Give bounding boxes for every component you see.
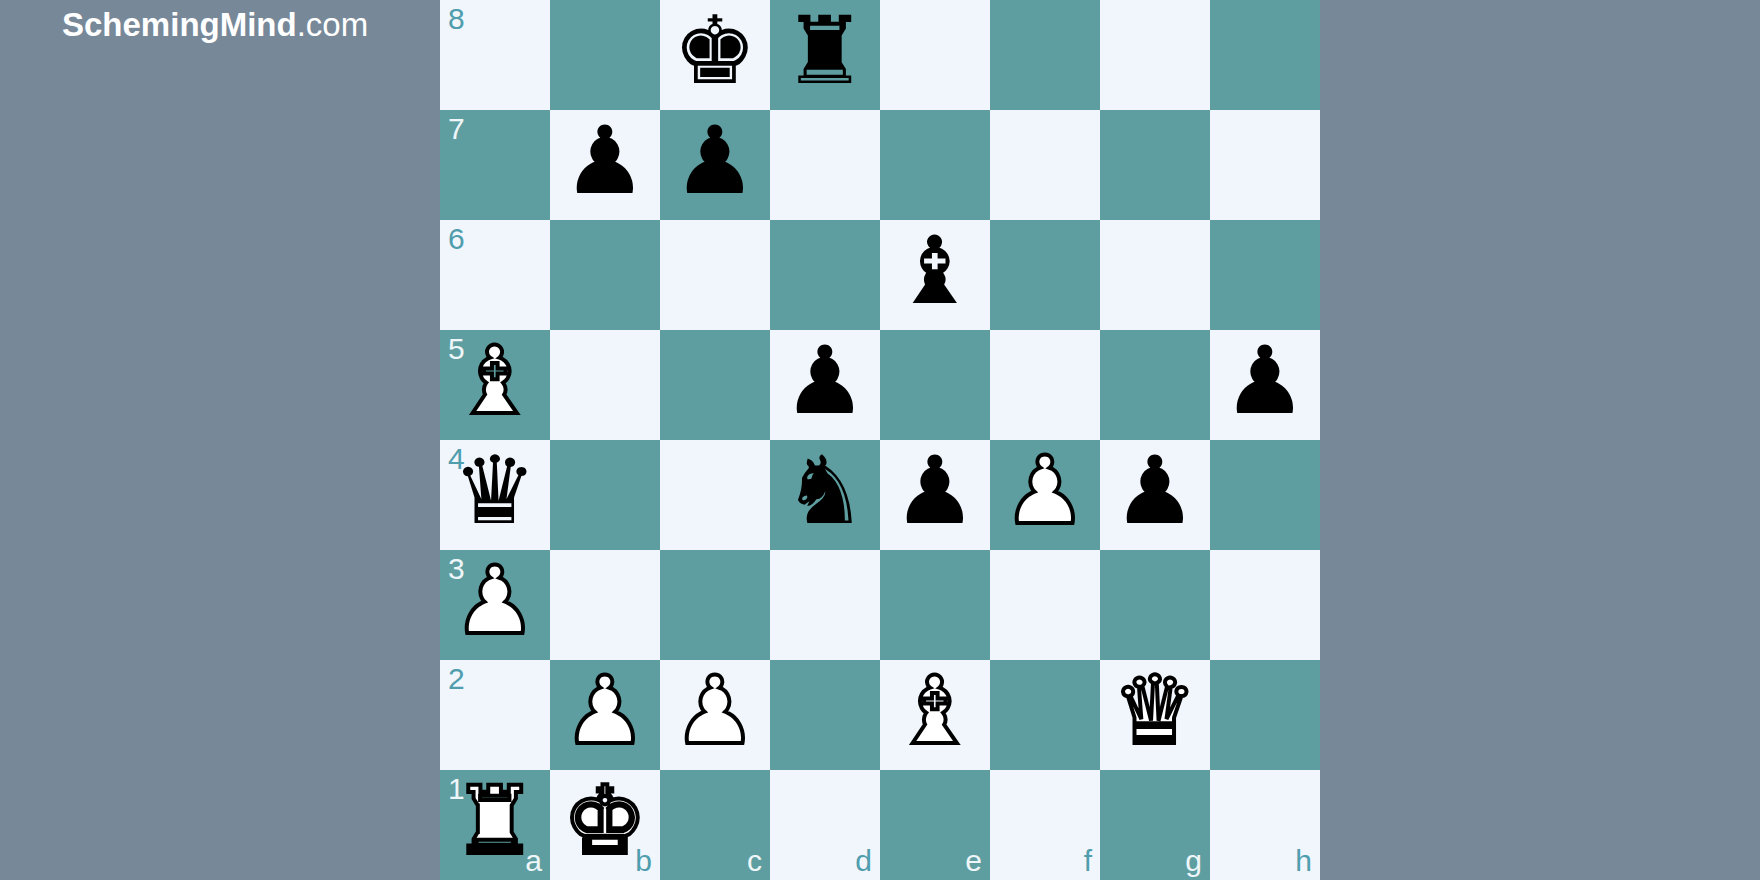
- square-d7[interactable]: [770, 110, 880, 220]
- square-a3[interactable]: 3♟: [440, 550, 550, 660]
- square-c7[interactable]: ♟: [660, 110, 770, 220]
- square-h1[interactable]: h: [1210, 770, 1320, 880]
- square-g4[interactable]: ♟: [1100, 440, 1210, 550]
- square-d1[interactable]: d: [770, 770, 880, 880]
- square-b7[interactable]: ♟: [550, 110, 660, 220]
- square-e8[interactable]: [880, 0, 990, 110]
- square-h4[interactable]: [1210, 440, 1320, 550]
- square-b2[interactable]: ♟: [550, 660, 660, 770]
- square-g8[interactable]: [1100, 0, 1210, 110]
- square-c6[interactable]: [660, 220, 770, 330]
- white-pawn: ♟: [563, 664, 647, 758]
- square-a4[interactable]: 4♛: [440, 440, 550, 550]
- square-f1[interactable]: f: [990, 770, 1100, 880]
- square-f5[interactable]: [990, 330, 1100, 440]
- white-pawn: ♟: [453, 554, 537, 648]
- square-g1[interactable]: g: [1100, 770, 1210, 880]
- square-b3[interactable]: [550, 550, 660, 660]
- rank-label-3: 3: [448, 554, 465, 584]
- square-e4[interactable]: ♟: [880, 440, 990, 550]
- white-bishop: ♝: [893, 664, 977, 758]
- white-rook: ♜: [453, 774, 537, 868]
- black-bishop: ♝: [893, 224, 977, 318]
- square-h2[interactable]: [1210, 660, 1320, 770]
- file-label-h: h: [1295, 846, 1312, 876]
- square-a6[interactable]: 6: [440, 220, 550, 330]
- rank-label-4: 4: [448, 444, 465, 474]
- black-pawn: ♟: [1113, 444, 1197, 538]
- square-d2[interactable]: [770, 660, 880, 770]
- black-knight: ♞: [783, 444, 867, 538]
- square-a2[interactable]: 2: [440, 660, 550, 770]
- black-pawn: ♟: [1223, 334, 1307, 428]
- white-queen: ♛: [1113, 664, 1197, 758]
- square-c3[interactable]: [660, 550, 770, 660]
- black-king: ♚: [673, 4, 757, 98]
- square-h7[interactable]: [1210, 110, 1320, 220]
- square-e3[interactable]: [880, 550, 990, 660]
- rank-label-7: 7: [448, 114, 465, 144]
- white-pawn: ♟: [1003, 444, 1087, 538]
- brand-suffix: .com: [297, 6, 369, 43]
- square-c8[interactable]: ♚: [660, 0, 770, 110]
- square-e1[interactable]: e: [880, 770, 990, 880]
- file-label-b: b: [635, 846, 652, 876]
- square-a7[interactable]: 7: [440, 110, 550, 220]
- black-queen: ♛: [453, 444, 537, 538]
- square-d3[interactable]: [770, 550, 880, 660]
- square-d6[interactable]: [770, 220, 880, 330]
- square-c1[interactable]: c: [660, 770, 770, 880]
- file-label-d: d: [855, 846, 872, 876]
- rank-label-6: 6: [448, 224, 465, 254]
- square-f6[interactable]: [990, 220, 1100, 330]
- square-f3[interactable]: [990, 550, 1100, 660]
- square-f8[interactable]: [990, 0, 1100, 110]
- square-e5[interactable]: [880, 330, 990, 440]
- rank-label-1: 1: [448, 774, 465, 804]
- black-pawn: ♟: [673, 114, 757, 208]
- square-g7[interactable]: [1100, 110, 1210, 220]
- black-pawn: ♟: [563, 114, 647, 208]
- black-pawn: ♟: [783, 334, 867, 428]
- square-b1[interactable]: b♚: [550, 770, 660, 880]
- square-d4[interactable]: ♞: [770, 440, 880, 550]
- square-g6[interactable]: [1100, 220, 1210, 330]
- square-b8[interactable]: [550, 0, 660, 110]
- site-logo[interactable]: SchemingMind.com: [62, 6, 368, 44]
- black-pawn: ♟: [893, 444, 977, 538]
- rank-label-5: 5: [448, 334, 465, 364]
- square-c5[interactable]: [660, 330, 770, 440]
- square-a5[interactable]: 5♝: [440, 330, 550, 440]
- square-h8[interactable]: [1210, 0, 1320, 110]
- square-a1[interactable]: 1a♜: [440, 770, 550, 880]
- file-label-c: c: [747, 846, 762, 876]
- file-label-g: g: [1185, 846, 1202, 876]
- square-b4[interactable]: [550, 440, 660, 550]
- white-pawn: ♟: [673, 664, 757, 758]
- rank-label-2: 2: [448, 664, 465, 694]
- square-h6[interactable]: [1210, 220, 1320, 330]
- square-e2[interactable]: ♝: [880, 660, 990, 770]
- square-b6[interactable]: [550, 220, 660, 330]
- square-g3[interactable]: [1100, 550, 1210, 660]
- square-d8[interactable]: ♜: [770, 0, 880, 110]
- square-f4[interactable]: ♟: [990, 440, 1100, 550]
- square-c4[interactable]: [660, 440, 770, 550]
- file-label-a: a: [525, 846, 542, 876]
- brand-name: SchemingMind: [62, 6, 297, 43]
- chess-board: 8♚♜7♟♟6♝5♝♟♟4♛♞♟♟♟3♟2♟♟♝♛1a♜b♚cdefgh: [440, 0, 1320, 880]
- white-bishop: ♝: [453, 334, 537, 428]
- square-d5[interactable]: ♟: [770, 330, 880, 440]
- file-label-e: e: [965, 846, 982, 876]
- file-label-f: f: [1084, 846, 1092, 876]
- square-a8[interactable]: 8: [440, 0, 550, 110]
- square-f7[interactable]: [990, 110, 1100, 220]
- square-h5[interactable]: ♟: [1210, 330, 1320, 440]
- square-e6[interactable]: ♝: [880, 220, 990, 330]
- square-h3[interactable]: [1210, 550, 1320, 660]
- rank-label-8: 8: [448, 4, 465, 34]
- white-king: ♚: [563, 774, 647, 868]
- square-b5[interactable]: [550, 330, 660, 440]
- square-g5[interactable]: [1100, 330, 1210, 440]
- square-e7[interactable]: [880, 110, 990, 220]
- square-f2[interactable]: [990, 660, 1100, 770]
- square-c2[interactable]: ♟: [660, 660, 770, 770]
- black-rook: ♜: [783, 4, 867, 98]
- square-g2[interactable]: ♛: [1100, 660, 1210, 770]
